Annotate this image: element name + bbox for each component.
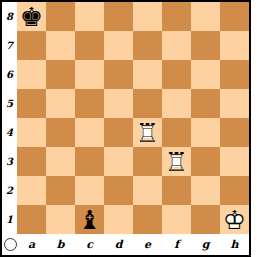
rank-label-7: 7 [2,31,17,60]
square-d8[interactable] [104,2,133,31]
square-e4[interactable]: ♜♖ [133,118,162,147]
rank-label-1: 1 [2,205,17,234]
square-g3[interactable] [191,147,220,176]
square-a7[interactable] [17,31,46,60]
rank-label-8: 8 [2,2,17,31]
square-e3[interactable] [133,147,162,176]
square-g5[interactable] [191,89,220,118]
file-label-d: d [104,236,133,253]
white-rook-outline-glyph: ♖ [133,118,162,147]
piece-white-rook-f3[interactable]: ♜♖ [162,147,191,176]
square-g8[interactable] [191,2,220,31]
square-d3[interactable] [104,147,133,176]
square-h6[interactable] [220,60,249,89]
file-label-c: c [75,236,104,253]
square-d6[interactable] [104,60,133,89]
rank-label-2: 2 [2,176,17,205]
black-bishop-glyph: ♝ [75,205,104,234]
square-h4[interactable] [220,118,249,147]
square-h7[interactable] [220,31,249,60]
file-label-a: a [17,236,46,253]
chess-board[interactable]: ♚♜♖♜♖♝♚♔ [17,2,249,234]
turn-indicator-white-to-move [4,238,17,251]
square-c8[interactable] [75,2,104,31]
square-f4[interactable] [162,118,191,147]
square-b7[interactable] [46,31,75,60]
square-b8[interactable] [46,2,75,31]
file-label-f: f [162,236,191,253]
rank-label-3: 3 [2,147,17,176]
square-b5[interactable] [46,89,75,118]
square-h1[interactable]: ♚♔ [220,205,249,234]
square-d7[interactable] [104,31,133,60]
square-f2[interactable] [162,176,191,205]
square-h3[interactable] [220,147,249,176]
square-b3[interactable] [46,147,75,176]
white-rook-outline-glyph: ♖ [162,147,191,176]
rank-label-4: 4 [2,118,17,147]
square-e2[interactable] [133,176,162,205]
square-g7[interactable] [191,31,220,60]
square-e6[interactable] [133,60,162,89]
square-a2[interactable] [17,176,46,205]
square-b4[interactable] [46,118,75,147]
square-g1[interactable] [191,205,220,234]
square-d4[interactable] [104,118,133,147]
square-b2[interactable] [46,176,75,205]
rank-label-6: 6 [2,60,17,89]
square-g2[interactable] [191,176,220,205]
square-d2[interactable] [104,176,133,205]
rank-label-5: 5 [2,89,17,118]
square-c5[interactable] [75,89,104,118]
square-a5[interactable] [17,89,46,118]
square-f6[interactable] [162,60,191,89]
piece-white-king-h1[interactable]: ♚♔ [220,205,249,234]
square-h8[interactable] [220,2,249,31]
file-labels: abcdefgh [17,236,249,253]
square-c1[interactable]: ♝ [75,205,104,234]
file-label-g: g [191,236,220,253]
square-a8[interactable]: ♚ [17,2,46,31]
file-label-h: h [220,236,249,253]
square-f8[interactable] [162,2,191,31]
white-king-outline-glyph: ♔ [220,205,249,234]
square-e7[interactable] [133,31,162,60]
square-a4[interactable] [17,118,46,147]
square-g6[interactable] [191,60,220,89]
square-c4[interactable] [75,118,104,147]
square-d5[interactable] [104,89,133,118]
square-c6[interactable] [75,60,104,89]
square-h5[interactable] [220,89,249,118]
file-label-b: b [46,236,75,253]
square-a1[interactable] [17,205,46,234]
square-g4[interactable] [191,118,220,147]
piece-black-king-a8[interactable]: ♚ [17,2,46,31]
black-king-glyph: ♚ [17,2,46,31]
square-f5[interactable] [162,89,191,118]
square-d1[interactable] [104,205,133,234]
square-c7[interactable] [75,31,104,60]
square-c2[interactable] [75,176,104,205]
rank-labels: 87654321 [2,2,17,234]
piece-white-rook-e4[interactable]: ♜♖ [133,118,162,147]
chess-diagram-canvas: 87654321 ♚♜♖♜♖♝♚♔ abcdefgh [0,0,257,257]
square-f7[interactable] [162,31,191,60]
square-e5[interactable] [133,89,162,118]
square-a6[interactable] [17,60,46,89]
square-a3[interactable] [17,147,46,176]
square-e8[interactable] [133,2,162,31]
chess-diagram: 87654321 ♚♜♖♜♖♝♚♔ abcdefgh [0,0,251,257]
piece-black-bishop-c1[interactable]: ♝ [75,205,104,234]
square-e1[interactable] [133,205,162,234]
square-c3[interactable] [75,147,104,176]
square-f1[interactable] [162,205,191,234]
square-h2[interactable] [220,176,249,205]
square-b1[interactable] [46,205,75,234]
square-b6[interactable] [46,60,75,89]
file-label-e: e [133,236,162,253]
square-f3[interactable]: ♜♖ [162,147,191,176]
